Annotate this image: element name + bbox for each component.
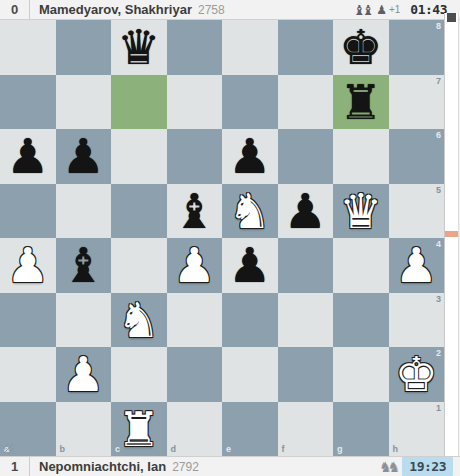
square-g7[interactable]: ♜ [333,75,389,130]
rank-label-2: 2 [436,349,441,358]
square-b6[interactable]: ♟ [56,129,112,184]
scrollbar-marker [445,231,458,237]
square-b1[interactable]: b [56,402,112,457]
square-d7[interactable] [167,75,223,130]
square-f1[interactable]: f [278,402,334,457]
square-h4[interactable]: ♟4 [389,238,445,293]
file-label-e: e [226,445,231,454]
square-f8[interactable] [278,20,334,75]
square-g3[interactable] [333,293,389,348]
square-g5[interactable]: ♛ [333,184,389,239]
square-h6[interactable]: 6 [389,129,445,184]
file-label-g: g [337,445,343,454]
material-advantage: +1 [389,4,400,15]
square-c7[interactable] [111,75,167,130]
captured-bishops-icon: ♝♝ [353,3,370,17]
black-pawn[interactable]: ♟ [228,238,271,292]
square-h2[interactable]: ♚2 [389,347,445,402]
square-f6[interactable] [278,129,334,184]
square-a2[interactable] [0,347,56,402]
square-c6[interactable] [111,129,167,184]
square-f4[interactable] [278,238,334,293]
top-player-bar: 0 Mamedyarov, Shakhriyar 2758 ♝♝ ♟ +1 01… [0,0,460,20]
square-h5[interactable]: 5 [389,184,445,239]
square-b3[interactable] [56,293,112,348]
white-pawn[interactable]: ♟ [395,238,438,292]
rank-label-5: 5 [436,186,441,195]
white-pawn[interactable]: ♟ [173,238,216,292]
square-e2[interactable] [222,347,278,402]
square-c5[interactable] [111,184,167,239]
square-h7[interactable]: 7 [389,75,445,130]
black-pawn[interactable]: ♟ [62,129,105,183]
square-b7[interactable] [56,75,112,130]
square-e3[interactable] [222,293,278,348]
file-label-f: f [282,445,285,454]
square-a7[interactable] [0,75,56,130]
bottom-player-clock: 19:23 [402,457,453,476]
square-e6[interactable]: ♟ [222,129,278,184]
square-c2[interactable] [111,347,167,402]
rank-label-1: 1 [436,404,441,413]
white-knight[interactable]: ♞ [117,293,160,347]
square-c4[interactable] [111,238,167,293]
black-pawn[interactable]: ♟ [284,184,327,238]
top-player-clock: 01:43 [410,2,447,17]
black-queen[interactable]: ♛ [117,20,160,74]
square-d4[interactable]: ♟ [167,238,223,293]
square-a3[interactable] [0,293,56,348]
square-d8[interactable] [167,20,223,75]
square-h3[interactable]: 3 [389,293,445,348]
square-e7[interactable] [222,75,278,130]
rank-label-8: 8 [436,22,441,31]
black-rook[interactable]: ♜ [339,75,382,129]
white-pawn[interactable]: ♟ [62,347,105,401]
square-c3[interactable]: ♞ [111,293,167,348]
square-d2[interactable] [167,347,223,402]
top-player-name: Mamedyarov, Shakhriyar [39,2,192,17]
square-d1[interactable]: d [167,402,223,457]
bottom-player-score: 1 [0,457,30,476]
square-b5[interactable] [56,184,112,239]
captured-knights-icon: ♞♞ [379,460,396,474]
file-label-d: d [171,445,177,454]
square-a4[interactable]: ♟ [0,238,56,293]
black-bishop[interactable]: ♝ [62,238,105,292]
chess-board[interactable]: ♛♚8♜7♟♟♟6♝♞♟♛5♟♝♟♟♟4♞3♟♚2ab♜cdefg1h [0,20,444,456]
top-player-rating: 2758 [198,3,225,17]
square-f7[interactable] [278,75,334,130]
scrollbar-thumb[interactable] [447,13,456,22]
square-f5[interactable]: ♟ [278,184,334,239]
square-g8[interactable]: ♚ [333,20,389,75]
white-king[interactable]: ♚ [395,347,438,401]
square-h1[interactable]: 1h [389,402,445,457]
black-king[interactable]: ♚ [339,20,382,74]
square-e8[interactable] [222,20,278,75]
square-f2[interactable] [278,347,334,402]
square-a8[interactable] [0,20,56,75]
square-g6[interactable] [333,129,389,184]
square-b8[interactable] [56,20,112,75]
square-e4[interactable]: ♟ [222,238,278,293]
black-pawn[interactable]: ♟ [228,129,271,183]
file-label-b: b [60,445,66,454]
square-a6[interactable]: ♟ [0,129,56,184]
black-pawn[interactable]: ♟ [6,129,49,183]
square-f3[interactable] [278,293,334,348]
file-label-h: h [393,445,399,454]
square-g2[interactable] [333,347,389,402]
rank-label-4: 4 [436,240,441,249]
square-g4[interactable] [333,238,389,293]
white-queen[interactable]: ♛ [339,184,382,238]
square-a5[interactable] [0,184,56,239]
white-rook[interactable]: ♜ [117,402,160,456]
captured-pawn-icon: ♟ [376,4,383,16]
square-d3[interactable] [167,293,223,348]
bottom-player-rating: 2792 [172,460,199,474]
square-b4[interactable]: ♝ [56,238,112,293]
rank-label-3: 3 [436,295,441,304]
white-pawn[interactable]: ♟ [6,238,49,292]
square-b2[interactable]: ♟ [56,347,112,402]
square-c8[interactable]: ♛ [111,20,167,75]
square-h8[interactable]: 8 [389,20,445,75]
rank-label-7: 7 [436,77,441,86]
square-d5[interactable]: ♝ [167,184,223,239]
resize-handle-icon[interactable] [4,444,14,454]
square-d6[interactable] [167,129,223,184]
black-bishop[interactable]: ♝ [173,184,216,238]
square-e5[interactable]: ♞ [222,184,278,239]
square-c1[interactable]: ♜c [111,402,167,457]
scrollbar-track[interactable] [444,13,459,456]
top-player-score: 0 [0,0,30,19]
square-e1[interactable]: e [222,402,278,457]
file-label-c: c [115,445,120,454]
white-knight[interactable]: ♞ [228,184,271,238]
square-g1[interactable]: g [333,402,389,457]
chess-app: 0 Mamedyarov, Shakhriyar 2758 ♝♝ ♟ +1 01… [0,0,460,476]
bottom-player-bar: 1 Nepomniachtchi, Ian 2792 ♞♞ 19:23 [0,456,460,476]
rank-label-6: 6 [436,131,441,140]
bottom-player-name: Nepomniachtchi, Ian [39,459,166,474]
